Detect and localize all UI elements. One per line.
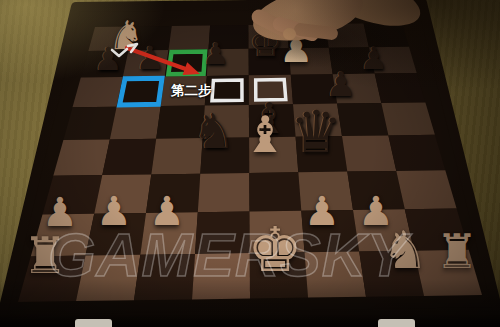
annotation-layer [0, 0, 500, 327]
bottom-ui-fragment-1 [75, 319, 112, 327]
chess-game-scene: ♞♚♟♟♟♟♟♟♝♞♝♛♟♟♟♟♟♞♜♜♚ 第二步 GAMERSKY [0, 0, 500, 327]
bottom-ui-fragment-2 [378, 319, 415, 327]
move-arrow-shaft [127, 48, 187, 70]
move-arrow-head [183, 62, 200, 75]
chevron-mark-1 [112, 49, 127, 56]
step-label: 第二步 [171, 82, 212, 100]
